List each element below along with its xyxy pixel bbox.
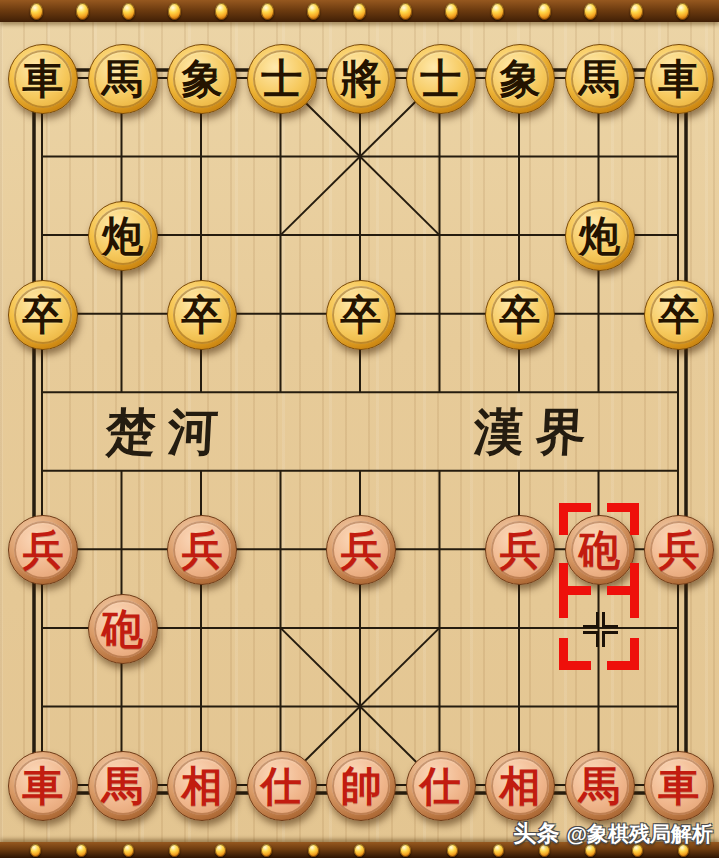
piece-glyph: 卒 [173, 286, 231, 344]
gold-stud-icon [168, 3, 181, 20]
piece-glyph: 馬 [571, 757, 629, 815]
piece-red-elephant[interactable]: 相 [485, 751, 555, 821]
gold-stud-icon [447, 844, 458, 857]
gold-stud-icon [122, 3, 135, 20]
piece-glyph: 馬 [571, 50, 629, 108]
piece-red-advisor[interactable]: 仕 [406, 751, 476, 821]
piece-black-horse[interactable]: 馬 [565, 44, 635, 114]
gold-stud-icon [399, 3, 412, 20]
piece-black-elephant[interactable]: 象 [485, 44, 555, 114]
gold-stud-icon [261, 844, 272, 857]
piece-red-soldier[interactable]: 兵 [8, 515, 78, 585]
piece-glyph: 車 [650, 757, 708, 815]
piece-glyph: 馬 [94, 757, 152, 815]
piece-red-soldier[interactable]: 兵 [326, 515, 396, 585]
gold-stud-icon [445, 3, 458, 20]
piece-glyph: 兵 [173, 521, 231, 579]
gold-stud-icon [30, 3, 43, 20]
gold-stud-icon [308, 844, 319, 857]
piece-glyph: 象 [491, 50, 549, 108]
piece-red-soldier[interactable]: 兵 [167, 515, 237, 585]
gold-stud-icon [538, 3, 551, 20]
piece-glyph: 士 [412, 50, 470, 108]
piece-glyph: 卒 [332, 286, 390, 344]
watermark-handle: @象棋残局解析 [567, 822, 713, 845]
piece-glyph: 砲 [571, 521, 629, 579]
piece-glyph: 帥 [332, 757, 390, 815]
piece-glyph: 砲 [94, 600, 152, 658]
piece-glyph: 炮 [571, 207, 629, 265]
piece-glyph: 相 [491, 757, 549, 815]
piece-black-soldier[interactable]: 卒 [8, 280, 78, 350]
piece-black-cannon[interactable]: 炮 [565, 201, 635, 271]
piece-glyph: 炮 [94, 207, 152, 265]
piece-black-chariot[interactable]: 車 [644, 44, 714, 114]
piece-glyph: 卒 [14, 286, 72, 344]
piece-red-elephant[interactable]: 相 [167, 751, 237, 821]
piece-red-advisor[interactable]: 仕 [247, 751, 317, 821]
river-label-left: 楚河 [105, 404, 232, 460]
watermark: 头条@象棋残局解析 [514, 818, 713, 849]
gold-stud-icon [76, 3, 89, 20]
piece-glyph: 兵 [14, 521, 72, 579]
piece-glyph: 卒 [491, 286, 549, 344]
river-label-right: 漢界 [473, 404, 600, 460]
piece-glyph: 兵 [332, 521, 390, 579]
gold-stud-icon [491, 3, 504, 20]
gold-stud-icon [215, 3, 228, 20]
gold-stud-icon [215, 844, 226, 857]
piece-glyph: 兵 [491, 521, 549, 579]
piece-black-cannon[interactable]: 炮 [88, 201, 158, 271]
watermark-brand: 头条 [514, 820, 560, 846]
gold-stud-icon [630, 3, 643, 20]
gold-stud-icon [261, 3, 274, 20]
piece-glyph: 士 [253, 50, 311, 108]
piece-red-general[interactable]: 帥 [326, 751, 396, 821]
gold-stud-icon [30, 844, 41, 857]
piece-black-horse[interactable]: 馬 [88, 44, 158, 114]
piece-red-cannon[interactable]: 砲 [565, 515, 635, 585]
piece-black-soldier[interactable]: 卒 [485, 280, 555, 350]
piece-black-soldier[interactable]: 卒 [326, 280, 396, 350]
gold-stud-icon [584, 3, 597, 20]
gold-stud-icon [354, 844, 365, 857]
piece-red-chariot[interactable]: 車 [8, 751, 78, 821]
gold-stud-icon [400, 844, 411, 857]
piece-black-soldier[interactable]: 卒 [644, 280, 714, 350]
gold-stud-icon [493, 844, 504, 857]
piece-black-advisor[interactable]: 士 [406, 44, 476, 114]
board-frame-top [0, 0, 719, 22]
piece-glyph: 象 [173, 50, 231, 108]
gold-stud-icon [76, 844, 87, 857]
piece-black-advisor[interactable]: 士 [247, 44, 317, 114]
piece-black-chariot[interactable]: 車 [8, 44, 78, 114]
piece-red-chariot[interactable]: 車 [644, 751, 714, 821]
piece-glyph: 車 [14, 757, 72, 815]
gold-stud-icon [307, 3, 320, 20]
piece-glyph: 馬 [94, 50, 152, 108]
piece-red-soldier[interactable]: 兵 [644, 515, 714, 585]
piece-black-elephant[interactable]: 象 [167, 44, 237, 114]
piece-red-cannon[interactable]: 砲 [88, 594, 158, 664]
gold-stud-icon [676, 3, 689, 20]
piece-red-soldier[interactable]: 兵 [485, 515, 555, 585]
piece-glyph: 車 [650, 50, 708, 108]
piece-glyph: 卒 [650, 286, 708, 344]
gold-stud-icon [169, 844, 180, 857]
piece-glyph: 相 [173, 757, 231, 815]
piece-glyph: 車 [14, 50, 72, 108]
gold-stud-icon [123, 844, 134, 857]
piece-glyph: 仕 [253, 757, 311, 815]
piece-glyph: 兵 [650, 521, 708, 579]
piece-black-general[interactable]: 將 [326, 44, 396, 114]
piece-glyph: 仕 [412, 757, 470, 815]
piece-red-horse[interactable]: 馬 [565, 751, 635, 821]
xiangqi-app: 楚河 漢界 車馬象士將士象馬車炮炮卒卒卒卒卒兵兵兵兵砲兵砲車馬相仕帥仕相馬車 头… [0, 0, 719, 858]
gold-stud-icon [353, 3, 366, 20]
piece-red-horse[interactable]: 馬 [88, 751, 158, 821]
piece-glyph: 將 [332, 50, 390, 108]
piece-black-soldier[interactable]: 卒 [167, 280, 237, 350]
